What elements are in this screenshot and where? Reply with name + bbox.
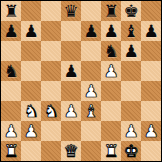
chessboard: ♜♛♜♚♟♟♟♟♝♟♞♟♞♟♟♟♞♞♟♝♟♟♟♟♜♛♜♚ [0, 0, 162, 162]
square-g3[interactable] [121, 101, 141, 121]
piece-black-pawn: ♟ [21, 21, 41, 41]
piece-black-knight: ♞ [1, 61, 21, 81]
square-h7[interactable]: ♟ [141, 21, 161, 41]
square-b3[interactable]: ♞ [21, 101, 41, 121]
square-f7[interactable]: ♟ [101, 21, 121, 41]
square-e7[interactable]: ♟ [81, 21, 101, 41]
square-c5[interactable] [41, 61, 61, 81]
square-a3[interactable] [1, 101, 21, 121]
square-a7[interactable]: ♟ [1, 21, 21, 41]
square-h4[interactable] [141, 81, 161, 101]
piece-white-pawn: ♟ [121, 121, 141, 141]
square-h8[interactable] [141, 1, 161, 21]
square-d4[interactable] [61, 81, 81, 101]
piece-black-rook: ♜ [1, 1, 21, 21]
square-e2[interactable] [81, 121, 101, 141]
piece-black-rook: ♜ [101, 1, 121, 21]
piece-white-king: ♚ [121, 141, 141, 161]
square-g4[interactable] [121, 81, 141, 101]
square-c1[interactable] [41, 141, 61, 161]
piece-black-pawn: ♟ [101, 21, 121, 41]
square-b5[interactable] [21, 61, 41, 81]
square-g5[interactable] [121, 61, 141, 81]
piece-white-pawn: ♟ [141, 121, 161, 141]
piece-black-pawn: ♟ [121, 41, 141, 61]
square-h3[interactable] [141, 101, 161, 121]
square-e4[interactable]: ♟ [81, 81, 101, 101]
square-f5[interactable]: ♟ [101, 61, 121, 81]
square-a2[interactable]: ♟ [1, 121, 21, 141]
square-d3[interactable]: ♟ [61, 101, 81, 121]
square-e3[interactable]: ♝ [81, 101, 101, 121]
square-b8[interactable] [21, 1, 41, 21]
square-d8[interactable]: ♛ [61, 1, 81, 21]
piece-white-pawn: ♟ [81, 81, 101, 101]
square-f8[interactable]: ♜ [101, 1, 121, 21]
square-e1[interactable] [81, 141, 101, 161]
square-c8[interactable] [41, 1, 61, 21]
square-f1[interactable]: ♜ [101, 141, 121, 161]
square-g6[interactable]: ♟ [121, 41, 141, 61]
square-g2[interactable]: ♟ [121, 121, 141, 141]
square-h6[interactable] [141, 41, 161, 61]
piece-white-knight: ♞ [41, 101, 61, 121]
piece-black-knight: ♞ [101, 41, 121, 61]
piece-white-bishop: ♝ [81, 101, 101, 121]
square-c6[interactable] [41, 41, 61, 61]
square-a8[interactable]: ♜ [1, 1, 21, 21]
piece-black-queen: ♛ [61, 1, 81, 21]
square-e5[interactable] [81, 61, 101, 81]
square-g1[interactable]: ♚ [121, 141, 141, 161]
square-b2[interactable]: ♟ [21, 121, 41, 141]
square-h1[interactable] [141, 141, 161, 161]
square-a1[interactable]: ♜ [1, 141, 21, 161]
square-h2[interactable]: ♟ [141, 121, 161, 141]
square-f4[interactable] [101, 81, 121, 101]
piece-white-pawn: ♟ [61, 101, 81, 121]
square-h5[interactable] [141, 61, 161, 81]
piece-white-rook: ♜ [101, 141, 121, 161]
square-e6[interactable] [81, 41, 101, 61]
square-d1[interactable]: ♛ [61, 141, 81, 161]
square-g8[interactable]: ♚ [121, 1, 141, 21]
piece-black-pawn: ♟ [141, 21, 161, 41]
piece-white-pawn: ♟ [21, 121, 41, 141]
square-a4[interactable] [1, 81, 21, 101]
piece-white-queen: ♛ [61, 141, 81, 161]
square-d5[interactable]: ♟ [61, 61, 81, 81]
piece-black-pawn: ♟ [1, 21, 21, 41]
square-g7[interactable]: ♝ [121, 21, 141, 41]
piece-black-bishop: ♝ [121, 21, 141, 41]
square-d2[interactable] [61, 121, 81, 141]
square-a6[interactable] [1, 41, 21, 61]
piece-black-pawn: ♟ [81, 21, 101, 41]
square-c2[interactable] [41, 121, 61, 141]
square-b1[interactable] [21, 141, 41, 161]
piece-white-knight: ♞ [21, 101, 41, 121]
square-b7[interactable]: ♟ [21, 21, 41, 41]
piece-black-pawn: ♟ [61, 61, 81, 81]
square-d7[interactable] [61, 21, 81, 41]
piece-white-rook: ♜ [1, 141, 21, 161]
square-d6[interactable] [61, 41, 81, 61]
square-c3[interactable]: ♞ [41, 101, 61, 121]
square-a5[interactable]: ♞ [1, 61, 21, 81]
square-f2[interactable] [101, 121, 121, 141]
square-b4[interactable] [21, 81, 41, 101]
square-b6[interactable] [21, 41, 41, 61]
square-e8[interactable] [81, 1, 101, 21]
square-f6[interactable]: ♞ [101, 41, 121, 61]
square-c4[interactable] [41, 81, 61, 101]
square-f3[interactable] [101, 101, 121, 121]
square-c7[interactable] [41, 21, 61, 41]
piece-black-king: ♚ [121, 1, 141, 21]
piece-white-pawn: ♟ [101, 61, 121, 81]
piece-white-pawn: ♟ [1, 121, 21, 141]
